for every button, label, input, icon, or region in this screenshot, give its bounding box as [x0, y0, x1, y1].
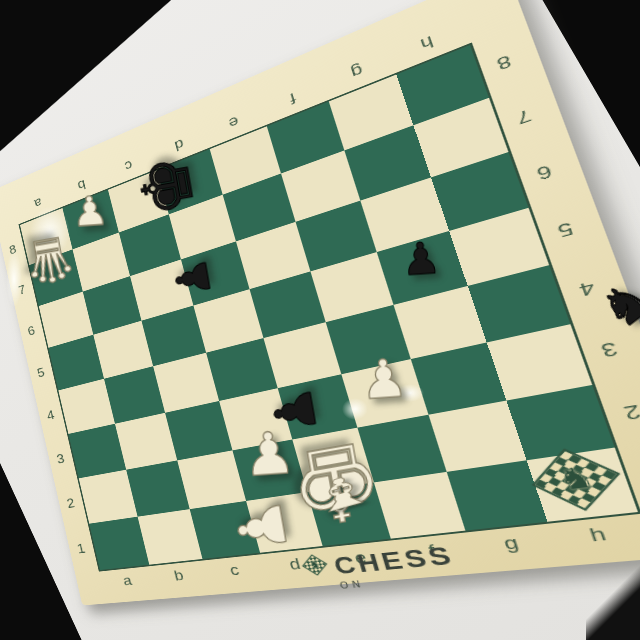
chess-mat-plane: aabbccddeeffgghh8877665544332211 ♞ ♞ CHE…	[20, 45, 638, 570]
photo-of-chess-board: aabbccddeeffgghh8877665544332211 ♞ ♞ CHE…	[0, 0, 640, 640]
vinyl-glare	[342, 398, 368, 420]
knight-logo-icon: ♞	[552, 459, 601, 498]
vinyl-glare	[396, 384, 424, 402]
vinyl-glare	[6, 250, 22, 308]
table-shadow-corner-bottom-right	[586, 558, 640, 640]
vinyl-glare	[30, 206, 70, 258]
knight-logo-icon: ♞	[308, 559, 321, 571]
